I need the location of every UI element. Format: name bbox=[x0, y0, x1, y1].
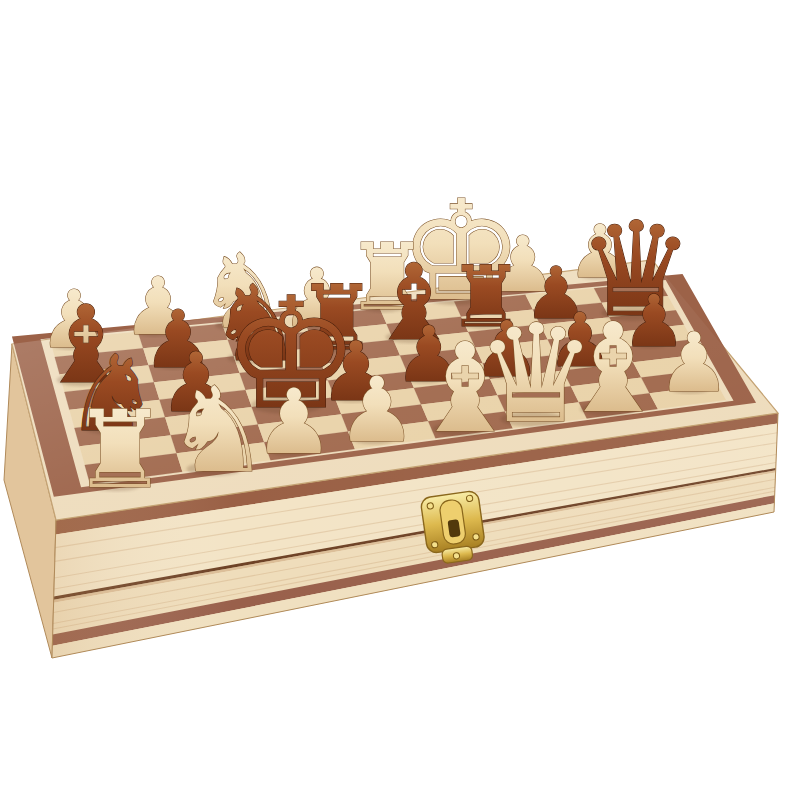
clasp-screw bbox=[473, 533, 480, 540]
clasp-screw bbox=[431, 541, 438, 548]
light-pawn-h5[interactable]: ♟ bbox=[657, 315, 730, 410]
clasp-screw bbox=[466, 495, 473, 502]
clasp-screw bbox=[453, 552, 460, 559]
light-rook-a5[interactable]: ♜ bbox=[72, 387, 168, 512]
light-bishop-e5[interactable]: ♝ bbox=[410, 317, 520, 460]
clasp-slot bbox=[447, 519, 460, 537]
chess-board-photo: ♟♟♚♜♛♟♟♜♞♟♝♟♟♜♞♟♟♟♟♝♟♟♚♟♝♛♞♝♟♟♞♜ bbox=[0, 0, 800, 800]
chess-box-scene: ♟♟♚♜♛♟♟♜♞♟♝♟♟♜♞♟♟♟♟♝♟♟♚♟♝♛♞♝♟♟♞♜ bbox=[0, 0, 800, 800]
light-knight-b5[interactable]: ♞ bbox=[165, 362, 271, 499]
clasp-screw bbox=[427, 502, 434, 509]
light-pawn-d5[interactable]: ♟ bbox=[337, 358, 417, 462]
